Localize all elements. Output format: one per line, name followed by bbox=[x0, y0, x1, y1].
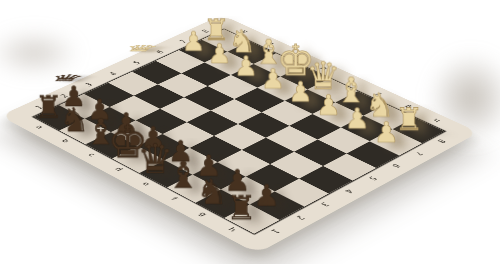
extra-queen-tan: ♛ bbox=[120, 44, 162, 53]
piece-brown-pawn-h2: ♟ bbox=[253, 181, 280, 211]
piece-tan-pawn-b7: ♟ bbox=[207, 41, 231, 68]
extra-queen-brown: ♛ bbox=[45, 73, 88, 82]
chess-set-product-photo: ♜♞♝♚♛♝♞♜♟♟♟♟♟♟♟♟♟♟♟♟♟♟♟♟♜♞♝♚♛♝♞♜ aabbccd… bbox=[0, 0, 500, 264]
piece-tan-pawn-h7: ♟ bbox=[374, 119, 400, 147]
piece-tan-pawn-g7: ♟ bbox=[345, 105, 370, 133]
piece-tan-pawn-e7: ♟ bbox=[288, 79, 313, 107]
piece-brown-rook-h1: ♜ bbox=[226, 191, 256, 224]
rank-label-5-right: 5 bbox=[351, 167, 395, 189]
playing-area: ♜♞♝♚♛♝♞♜♟♟♟♟♟♟♟♟♟♟♟♟♟♟♟♟♜♞♝♚♛♝♞♜ bbox=[34, 29, 444, 233]
board-scene: ♜♞♝♚♛♝♞♜♟♟♟♟♟♟♟♟♟♟♟♟♟♟♟♟♜♞♝♚♛♝♞♜ aabbccd… bbox=[22, 0, 454, 264]
piece-brown-knight-g1: ♞ bbox=[196, 174, 227, 209]
piece-brown-bishop-f1: ♝ bbox=[167, 157, 200, 194]
piece-tan-pawn-f7: ♟ bbox=[316, 92, 341, 120]
vinyl-rollup-mat: ♜♞♝♚♛♝♞♜♟♟♟♟♟♟♟♟♟♟♟♟♟♟♟♟♜♞♝♚♛♝♞♜ aabbccd… bbox=[0, 15, 479, 254]
chess-board: ♜♞♝♚♛♝♞♜♟♟♟♟♟♟♟♟♟♟♟♟♟♟♟♟♜♞♝♚♛♝♞♜ aabbccd… bbox=[0, 15, 479, 254]
piece-tan-rook-h8: ♜ bbox=[395, 104, 423, 135]
piece-tan-pawn-c7: ♟ bbox=[234, 53, 258, 80]
piece-tan-pawn-d7: ♟ bbox=[261, 66, 286, 93]
